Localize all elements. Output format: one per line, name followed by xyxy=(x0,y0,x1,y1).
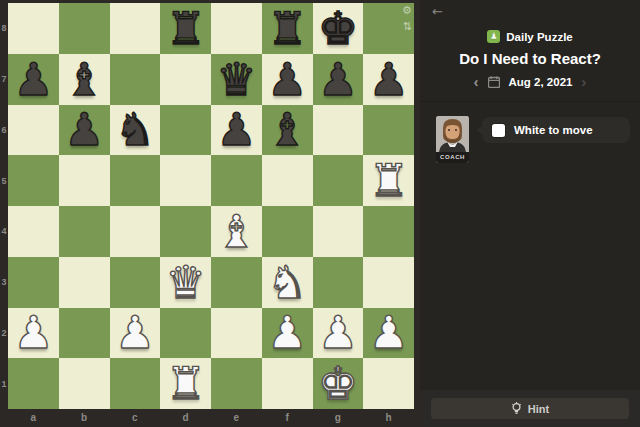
daily-puzzle-title: Daily Puzzle xyxy=(506,31,572,43)
previous-puzzle-chevron[interactable]: ‹ xyxy=(474,76,479,88)
square-d1[interactable]: ♜ xyxy=(160,358,211,409)
square-g4[interactable] xyxy=(313,206,364,257)
date-navigation: ‹ Aug 2, 2021 › xyxy=(420,76,640,102)
rank-label-1: 1 xyxy=(0,358,8,409)
sidebar-footer: Hint xyxy=(420,390,640,427)
square-e7[interactable]: ♛ xyxy=(211,54,262,105)
piece-black-k-g8[interactable]: ♚ xyxy=(318,6,358,51)
square-e4[interactable]: ♝ xyxy=(211,206,262,257)
square-h3[interactable] xyxy=(363,257,414,308)
square-h5[interactable]: ♜ xyxy=(363,155,414,206)
square-d5[interactable] xyxy=(160,155,211,206)
file-label-g: g xyxy=(313,411,364,427)
piece-black-p-f7[interactable]: ♟ xyxy=(267,57,307,102)
puzzle-name: Do I Need to React? xyxy=(420,50,640,67)
coach-avatar-image xyxy=(436,116,469,152)
square-b1[interactable] xyxy=(59,358,110,409)
file-label-a: a xyxy=(8,411,59,427)
square-b2[interactable] xyxy=(59,308,110,359)
coach-avatar: COACH xyxy=(436,116,469,163)
square-c2[interactable]: ♟ xyxy=(110,308,161,359)
file-coordinates: abcdefgh xyxy=(8,411,414,427)
next-puzzle-chevron[interactable]: › xyxy=(581,76,586,88)
square-h1[interactable] xyxy=(363,358,414,409)
square-e3[interactable] xyxy=(211,257,262,308)
square-a1[interactable] xyxy=(8,358,59,409)
chess-board[interactable]: ♜♜♚♟♝♛♟♟♟♟♞♟♝♜♝♛♞♟♟♟♟♟♜♚ xyxy=(8,3,414,409)
piece-white-k-g1[interactable]: ♚ xyxy=(318,361,358,406)
square-e5[interactable] xyxy=(211,155,262,206)
piece-white-p-c2[interactable]: ♟ xyxy=(115,310,155,355)
square-g5[interactable] xyxy=(313,155,364,206)
piece-white-p-f2[interactable]: ♟ xyxy=(267,310,307,355)
daily-puzzle-screen: 87654321 ♜♜♚♟♝♛♟♟♟♟♞♟♝♜♝♛♞♟♟♟♟♟♜♚ abcdef… xyxy=(0,0,640,427)
square-b8[interactable] xyxy=(59,3,110,54)
piece-black-n-c6[interactable]: ♞ xyxy=(115,107,155,152)
square-e1[interactable] xyxy=(211,358,262,409)
square-d2[interactable] xyxy=(160,308,211,359)
daily-puzzle-header: ♟ Daily Puzzle xyxy=(420,30,640,43)
square-g1[interactable]: ♚ xyxy=(313,358,364,409)
puzzle-date: Aug 2, 2021 xyxy=(509,76,573,88)
square-c5[interactable] xyxy=(110,155,161,206)
square-a4[interactable] xyxy=(8,206,59,257)
square-b3[interactable] xyxy=(59,257,110,308)
piece-black-b-f6[interactable]: ♝ xyxy=(267,107,307,152)
square-a5[interactable] xyxy=(8,155,59,206)
piece-black-p-g7[interactable]: ♟ xyxy=(318,57,358,102)
square-d8[interactable]: ♜ xyxy=(160,3,211,54)
square-h6[interactable] xyxy=(363,105,414,156)
file-label-e: e xyxy=(211,411,262,427)
square-g6[interactable] xyxy=(313,105,364,156)
puzzle-sidebar: ← ♟ Daily Puzzle Do I Need to React? ‹ A… xyxy=(420,0,640,427)
rank-coordinates: 87654321 xyxy=(0,3,8,409)
board-controls: ⚙ ⇅ xyxy=(399,4,415,34)
square-e2[interactable] xyxy=(211,308,262,359)
square-h7[interactable]: ♟ xyxy=(363,54,414,105)
square-a3[interactable] xyxy=(8,257,59,308)
square-f7[interactable]: ♟ xyxy=(262,54,313,105)
sidebar-top-bar: ← xyxy=(420,0,640,26)
square-a7[interactable]: ♟ xyxy=(8,54,59,105)
square-c1[interactable] xyxy=(110,358,161,409)
piece-black-r-f8[interactable]: ♜ xyxy=(267,6,307,51)
square-g2[interactable]: ♟ xyxy=(313,308,364,359)
square-b7[interactable]: ♝ xyxy=(59,54,110,105)
square-d3[interactable]: ♛ xyxy=(160,257,211,308)
square-h4[interactable] xyxy=(363,206,414,257)
piece-black-p-b6[interactable]: ♟ xyxy=(64,107,104,152)
piece-black-p-a7[interactable]: ♟ xyxy=(13,57,53,102)
rank-label-3: 3 xyxy=(0,257,8,308)
square-f4[interactable] xyxy=(262,206,313,257)
square-b4[interactable] xyxy=(59,206,110,257)
piece-black-p-h7[interactable]: ♟ xyxy=(368,57,408,102)
file-label-b: b xyxy=(59,411,110,427)
rank-label-8: 8 xyxy=(0,3,8,54)
square-f6[interactable]: ♝ xyxy=(262,105,313,156)
square-d7[interactable] xyxy=(160,54,211,105)
square-f2[interactable]: ♟ xyxy=(262,308,313,359)
square-g7[interactable]: ♟ xyxy=(313,54,364,105)
rank-label-4: 4 xyxy=(0,206,8,257)
rank-label-6: 6 xyxy=(0,105,8,156)
square-d4[interactable] xyxy=(160,206,211,257)
file-label-f: f xyxy=(262,411,313,427)
hint-button-label: Hint xyxy=(528,403,549,415)
rank-label-5: 5 xyxy=(0,155,8,206)
square-c7[interactable] xyxy=(110,54,161,105)
square-g3[interactable] xyxy=(313,257,364,308)
file-label-d: d xyxy=(160,411,211,427)
piece-white-n-f3[interactable]: ♞ xyxy=(267,260,307,305)
square-g8[interactable]: ♚ xyxy=(313,3,364,54)
piece-white-p-h2[interactable]: ♟ xyxy=(368,310,408,355)
square-d6[interactable] xyxy=(160,105,211,156)
file-label-c: c xyxy=(110,411,161,427)
piece-black-q-e7[interactable]: ♛ xyxy=(216,57,256,102)
rank-label-7: 7 xyxy=(0,54,8,105)
coach-speech-bubble: White to move xyxy=(482,117,630,143)
square-a8[interactable] xyxy=(8,3,59,54)
piece-black-b-b7[interactable]: ♝ xyxy=(64,57,104,102)
coach-label: COACH xyxy=(436,152,469,163)
square-c8[interactable] xyxy=(110,3,161,54)
square-f5[interactable] xyxy=(262,155,313,206)
daily-puzzle-icon: ♟ xyxy=(487,30,500,43)
coach-message-row: COACH White to move xyxy=(420,102,640,163)
piece-white-p-a2[interactable]: ♟ xyxy=(13,310,53,355)
square-f8[interactable]: ♜ xyxy=(262,3,313,54)
piece-white-p-g2[interactable]: ♟ xyxy=(318,310,358,355)
flip-board-icon[interactable]: ⇅ xyxy=(402,20,411,34)
square-h2[interactable]: ♟ xyxy=(363,308,414,359)
rank-label-2: 2 xyxy=(0,308,8,359)
file-label-h: h xyxy=(363,411,414,427)
piece-white-q-d3[interactable]: ♛ xyxy=(165,260,205,305)
square-e6[interactable]: ♟ xyxy=(211,105,262,156)
piece-black-p-e6[interactable]: ♟ xyxy=(216,107,256,152)
calendar-icon xyxy=(488,76,500,88)
square-b6[interactable]: ♟ xyxy=(59,105,110,156)
piece-black-r-d8[interactable]: ♜ xyxy=(165,6,205,51)
square-f1[interactable] xyxy=(262,358,313,409)
square-b5[interactable] xyxy=(59,155,110,206)
side-to-move-text: White to move xyxy=(514,124,593,136)
piece-white-r-h5[interactable]: ♜ xyxy=(368,158,408,203)
square-c6[interactable]: ♞ xyxy=(110,105,161,156)
square-a6[interactable] xyxy=(8,105,59,156)
board-pane: 87654321 ♜♜♚♟♝♛♟♟♟♟♞♟♝♜♝♛♞♟♟♟♟♟♜♚ abcdef… xyxy=(0,0,420,427)
white-to-move-icon xyxy=(492,124,505,137)
square-c3[interactable] xyxy=(110,257,161,308)
square-c4[interactable] xyxy=(110,206,161,257)
square-f3[interactable]: ♞ xyxy=(262,257,313,308)
lightbulb-icon xyxy=(511,402,522,415)
back-arrow-icon[interactable]: ← xyxy=(432,4,443,19)
piece-white-b-e4[interactable]: ♝ xyxy=(216,209,256,254)
square-e8[interactable] xyxy=(211,3,262,54)
piece-white-r-d1[interactable]: ♜ xyxy=(165,361,205,406)
settings-gear-icon[interactable]: ⚙ xyxy=(402,4,412,18)
hint-button[interactable]: Hint xyxy=(431,398,629,419)
square-a2[interactable]: ♟ xyxy=(8,308,59,359)
